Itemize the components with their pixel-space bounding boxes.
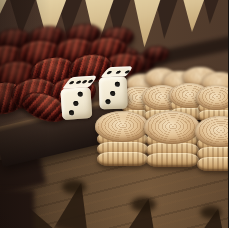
die-top-pip <box>115 70 121 73</box>
die-front-pip <box>68 110 73 115</box>
natural-checker-top <box>144 111 200 144</box>
die-front-pip <box>78 92 83 97</box>
die-front-pip <box>110 90 115 95</box>
natural-checker-edge <box>197 157 229 171</box>
die-right[interactable] <box>98 67 127 110</box>
natural-checker-top <box>95 111 149 142</box>
natural-checker-stack[interactable] <box>144 111 200 167</box>
near-point-tip <box>131 197 156 212</box>
near-point-tip <box>200 206 222 219</box>
frame-shadow <box>0 190 34 228</box>
natural-checker-edge <box>97 152 148 166</box>
natural-checker-stack[interactable] <box>95 111 149 166</box>
natural-checker-top <box>196 85 228 110</box>
natural-checker-stack[interactable] <box>195 116 228 171</box>
natural-checker-edge <box>146 153 199 167</box>
die-top-pip <box>75 81 81 84</box>
die-front-face <box>99 77 128 110</box>
near-point-tip <box>62 180 86 194</box>
backgammon-board-photo <box>0 0 228 228</box>
die-front-pip <box>73 101 78 106</box>
die-front-pip <box>105 100 110 105</box>
die-top-pip <box>81 80 87 83</box>
die-top-pip <box>106 71 112 74</box>
die-front-pip <box>115 81 120 86</box>
die-front-face <box>60 87 92 120</box>
die-left[interactable] <box>60 76 93 120</box>
die-top-pip <box>68 81 74 84</box>
